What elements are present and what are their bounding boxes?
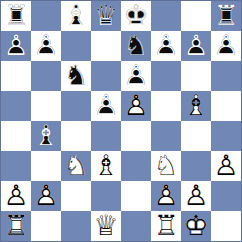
black-piece-fill: ♝ [61, 1, 91, 31]
white-pawn[interactable]: ♟︎♙︎ [151, 181, 181, 211]
white-bishop[interactable]: ♝♗ [91, 151, 121, 181]
white-pawn[interactable]: ♟︎♙︎ [181, 181, 211, 211]
black-piece-outline: ♗ [31, 121, 61, 151]
black-knight[interactable]: ♞♘ [121, 31, 151, 61]
square-c6[interactable]: ♞♘ [61, 61, 91, 91]
black-piece-fill: ♛ [91, 1, 121, 31]
white-piece-outline: ♖ [1, 211, 31, 241]
square-b1[interactable] [31, 211, 61, 241]
square-f7[interactable]: ♟︎♙︎ [151, 31, 181, 61]
square-e7[interactable]: ♞♘ [121, 31, 151, 61]
white-pawn[interactable]: ♟︎♙︎ [211, 151, 241, 181]
square-f6[interactable] [151, 61, 181, 91]
square-e5[interactable]: ♟︎♙︎ [121, 91, 151, 121]
square-g2[interactable]: ♟︎♙︎ [181, 181, 211, 211]
white-rook[interactable]: ♜♖ [1, 211, 31, 241]
white-king[interactable]: ♚♔ [181, 211, 211, 241]
white-rook[interactable]: ♜♖ [151, 211, 181, 241]
black-pawn[interactable]: ♟︎♙︎ [121, 61, 151, 91]
square-a3[interactable] [1, 151, 31, 181]
black-piece-fill: ♟︎ [31, 31, 61, 61]
black-rook[interactable]: ♜♖ [1, 1, 31, 31]
square-d3[interactable]: ♝♗ [91, 151, 121, 181]
black-piece-outline: ♙︎ [211, 31, 241, 61]
square-h6[interactable] [211, 61, 241, 91]
square-d5[interactable]: ♟︎♙︎ [91, 91, 121, 121]
square-h4[interactable] [211, 121, 241, 151]
square-f4[interactable] [151, 121, 181, 151]
black-piece-outline: ♗ [61, 1, 91, 31]
white-pawn[interactable]: ♟︎♙︎ [1, 181, 31, 211]
square-d1[interactable]: ♛♕ [91, 211, 121, 241]
white-piece-fill: ♟︎ [211, 151, 241, 181]
square-g3[interactable] [181, 151, 211, 181]
square-g4[interactable] [181, 121, 211, 151]
square-h2[interactable] [211, 181, 241, 211]
black-bishop[interactable]: ♝♗ [61, 1, 91, 31]
square-f5[interactable] [151, 91, 181, 121]
black-pawn[interactable]: ♟︎♙︎ [31, 31, 61, 61]
white-piece-outline: ♔ [181, 211, 211, 241]
square-g8[interactable] [181, 1, 211, 31]
square-e4[interactable] [121, 121, 151, 151]
square-g1[interactable]: ♚♔ [181, 211, 211, 241]
square-g5[interactable]: ♝♗ [181, 91, 211, 121]
white-piece-fill: ♟︎ [31, 181, 61, 211]
white-piece-fill: ♝ [181, 91, 211, 121]
black-piece-fill: ♜ [211, 1, 241, 31]
white-piece-outline: ♕ [91, 211, 121, 241]
black-piece-outline: ♙︎ [1, 31, 31, 61]
square-c3[interactable]: ♞♘ [61, 151, 91, 181]
black-piece-outline: ♖ [1, 1, 31, 31]
black-piece-fill: ♞ [121, 31, 151, 61]
square-d4[interactable] [91, 121, 121, 151]
black-piece-fill: ♟︎ [91, 91, 121, 121]
white-piece-outline: ♘ [151, 151, 181, 181]
black-queen[interactable]: ♛♕ [91, 1, 121, 31]
black-piece-outline: ♕ [91, 1, 121, 31]
square-a8[interactable]: ♜♖ [1, 1, 31, 31]
square-h3[interactable]: ♟︎♙︎ [211, 151, 241, 181]
square-b4[interactable]: ♝♗ [31, 121, 61, 151]
square-e2[interactable] [121, 181, 151, 211]
square-h7[interactable]: ♟︎♙︎ [211, 31, 241, 61]
square-e6[interactable]: ♟︎♙︎ [121, 61, 151, 91]
white-piece-fill: ♜ [151, 211, 181, 241]
black-piece-fill: ♟︎ [181, 31, 211, 61]
white-piece-outline: ♗ [181, 91, 211, 121]
square-c8[interactable]: ♝♗ [61, 1, 91, 31]
black-bishop[interactable]: ♝♗ [31, 121, 61, 151]
square-f1[interactable]: ♜♖ [151, 211, 181, 241]
white-piece-fill: ♟︎ [181, 181, 211, 211]
square-h1[interactable] [211, 211, 241, 241]
square-g7[interactable]: ♟︎♙︎ [181, 31, 211, 61]
black-piece-fill: ♞ [61, 61, 91, 91]
white-knight[interactable]: ♞♘ [61, 151, 91, 181]
chess-board: ♜♖♝♗♛♕♚♔♜♖♟︎♙︎♟︎♙︎♞♘♟︎♙︎♟︎♙︎♟︎♙︎♞♘♟︎♙︎♟︎… [0, 0, 242, 242]
black-pawn[interactable]: ♟︎♙︎ [1, 31, 31, 61]
white-piece-fill: ♝ [91, 151, 121, 181]
square-e1[interactable] [121, 211, 151, 241]
black-piece-fill: ♚ [121, 1, 151, 31]
black-piece-outline: ♔ [121, 1, 151, 31]
white-piece-outline: ♘ [61, 151, 91, 181]
white-piece-fill: ♞ [61, 151, 91, 181]
black-knight[interactable]: ♞♘ [61, 61, 91, 91]
square-c5[interactable] [61, 91, 91, 121]
square-d7[interactable] [91, 31, 121, 61]
square-a6[interactable] [1, 61, 31, 91]
black-pawn[interactable]: ♟︎♙︎ [91, 91, 121, 121]
white-piece-outline: ♙︎ [31, 181, 61, 211]
black-piece-outline: ♘ [61, 61, 91, 91]
square-f8[interactable] [151, 1, 181, 31]
square-c2[interactable] [61, 181, 91, 211]
square-g6[interactable] [181, 61, 211, 91]
white-piece-outline: ♙︎ [121, 91, 151, 121]
square-b3[interactable] [31, 151, 61, 181]
square-b6[interactable] [31, 61, 61, 91]
white-bishop[interactable]: ♝♗ [181, 91, 211, 121]
square-e3[interactable] [121, 151, 151, 181]
black-pawn[interactable]: ♟︎♙︎ [181, 31, 211, 61]
black-piece-outline: ♙︎ [151, 31, 181, 61]
black-king[interactable]: ♚♔ [121, 1, 151, 31]
white-piece-fill: ♟︎ [121, 91, 151, 121]
black-piece-fill: ♟︎ [1, 31, 31, 61]
black-piece-fill: ♝ [31, 121, 61, 151]
square-c7[interactable] [61, 31, 91, 61]
square-f2[interactable]: ♟︎♙︎ [151, 181, 181, 211]
white-piece-fill: ♞ [151, 151, 181, 181]
black-piece-fill: ♟︎ [121, 61, 151, 91]
white-piece-fill: ♟︎ [151, 181, 181, 211]
white-piece-outline: ♗ [91, 151, 121, 181]
black-piece-outline: ♘ [121, 31, 151, 61]
square-b2[interactable]: ♟︎♙︎ [31, 181, 61, 211]
square-b5[interactable] [31, 91, 61, 121]
square-c4[interactable] [61, 121, 91, 151]
square-b7[interactable]: ♟︎♙︎ [31, 31, 61, 61]
square-f3[interactable]: ♞♘ [151, 151, 181, 181]
black-piece-outline: ♖ [211, 1, 241, 31]
white-pawn[interactable]: ♟︎♙︎ [121, 91, 151, 121]
black-piece-outline: ♙︎ [181, 31, 211, 61]
white-piece-fill: ♛ [91, 211, 121, 241]
black-rook[interactable]: ♜♖ [211, 1, 241, 31]
white-piece-outline: ♙︎ [211, 151, 241, 181]
square-a2[interactable]: ♟︎♙︎ [1, 181, 31, 211]
white-piece-outline: ♙︎ [1, 181, 31, 211]
square-h8[interactable]: ♜♖ [211, 1, 241, 31]
black-piece-fill: ♟︎ [151, 31, 181, 61]
black-piece-outline: ♙︎ [91, 91, 121, 121]
square-a1[interactable]: ♜♖ [1, 211, 31, 241]
black-piece-outline: ♙︎ [31, 31, 61, 61]
square-e8[interactable]: ♚♔ [121, 1, 151, 31]
black-piece-outline: ♙︎ [121, 61, 151, 91]
black-pawn[interactable]: ♟︎♙︎ [151, 31, 181, 61]
white-piece-outline: ♙︎ [181, 181, 211, 211]
white-piece-outline: ♙︎ [151, 181, 181, 211]
black-piece-fill: ♜ [1, 1, 31, 31]
square-b8[interactable] [31, 1, 61, 31]
square-d8[interactable]: ♛♕ [91, 1, 121, 31]
square-a7[interactable]: ♟︎♙︎ [1, 31, 31, 61]
square-a5[interactable] [1, 91, 31, 121]
square-c1[interactable] [61, 211, 91, 241]
white-piece-fill: ♜ [1, 211, 31, 241]
white-piece-outline: ♖ [151, 211, 181, 241]
white-piece-fill: ♚ [181, 211, 211, 241]
black-pawn[interactable]: ♟︎♙︎ [211, 31, 241, 61]
square-h5[interactable] [211, 91, 241, 121]
square-d6[interactable] [91, 61, 121, 91]
square-a4[interactable] [1, 121, 31, 151]
square-d2[interactable] [91, 181, 121, 211]
white-knight[interactable]: ♞♘ [151, 151, 181, 181]
white-piece-fill: ♟︎ [1, 181, 31, 211]
white-queen[interactable]: ♛♕ [91, 211, 121, 241]
black-piece-fill: ♟︎ [211, 31, 241, 61]
white-pawn[interactable]: ♟︎♙︎ [31, 181, 61, 211]
